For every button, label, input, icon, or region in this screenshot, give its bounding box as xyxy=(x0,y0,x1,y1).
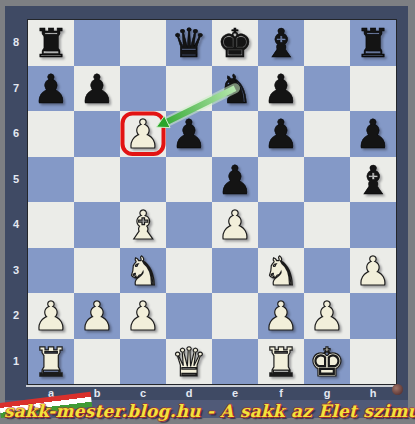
square-g3[interactable] xyxy=(304,248,350,294)
square-h4[interactable] xyxy=(350,202,396,248)
square-e2[interactable] xyxy=(212,293,258,339)
white-pawn-e4[interactable]: ♟ xyxy=(212,202,258,248)
square-f2[interactable]: ♟ xyxy=(258,293,304,339)
square-f7[interactable]: ♟ xyxy=(258,66,304,112)
square-f8[interactable]: ♝ xyxy=(258,20,304,66)
square-f5[interactable] xyxy=(258,157,304,203)
square-e1[interactable] xyxy=(212,339,258,385)
square-b2[interactable]: ♟ xyxy=(74,293,120,339)
white-pawn-c2[interactable]: ♟ xyxy=(120,293,166,339)
rank-labels: 87654321 xyxy=(5,20,27,384)
black-pawn-d6[interactable]: ♟ xyxy=(166,111,212,157)
black-pawn-b7[interactable]: ♟ xyxy=(74,66,120,112)
square-d4[interactable] xyxy=(166,202,212,248)
square-a3[interactable] xyxy=(28,248,74,294)
square-a7[interactable]: ♟ xyxy=(28,66,74,112)
square-h2[interactable] xyxy=(350,293,396,339)
black-pawn-f7[interactable]: ♟ xyxy=(258,66,304,112)
square-a4[interactable] xyxy=(28,202,74,248)
white-pawn-b2[interactable]: ♟ xyxy=(74,293,120,339)
square-c8[interactable] xyxy=(120,20,166,66)
black-rook-a8[interactable]: ♜ xyxy=(28,20,74,66)
square-d5[interactable] xyxy=(166,157,212,203)
square-d7[interactable] xyxy=(166,66,212,112)
square-h7[interactable] xyxy=(350,66,396,112)
square-g5[interactable] xyxy=(304,157,350,203)
white-queen-d1[interactable]: ♛ xyxy=(166,339,212,385)
square-d6[interactable]: ♟ xyxy=(166,111,212,157)
square-h6[interactable]: ♟ xyxy=(350,111,396,157)
rank-label-1: 1 xyxy=(5,339,27,385)
square-f6[interactable]: ♟ xyxy=(258,111,304,157)
square-b6[interactable] xyxy=(74,111,120,157)
square-g6[interactable] xyxy=(304,111,350,157)
white-pawn-a2[interactable]: ♟ xyxy=(28,293,74,339)
black-bishop-h5[interactable]: ♝ xyxy=(350,157,396,203)
square-c7[interactable] xyxy=(120,66,166,112)
chess-board: ♜♛♚♝♜♟♟♞♟♟♟♟♟♟♝♝♟♞♞♟♟♟♟♟♟♜♛♜♚ xyxy=(28,20,396,384)
file-label-h: h xyxy=(350,386,396,400)
rank-label-2: 2 xyxy=(5,293,27,339)
square-c3[interactable]: ♞ xyxy=(120,248,166,294)
rank-label-3: 3 xyxy=(5,248,27,294)
square-b4[interactable] xyxy=(74,202,120,248)
square-e8[interactable]: ♚ xyxy=(212,20,258,66)
square-h5[interactable]: ♝ xyxy=(350,157,396,203)
white-pawn-f2[interactable]: ♟ xyxy=(258,293,304,339)
square-b3[interactable] xyxy=(74,248,120,294)
black-king-e8[interactable]: ♚ xyxy=(212,20,258,66)
rank-label-4: 4 xyxy=(5,202,27,248)
square-d8[interactable]: ♛ xyxy=(166,20,212,66)
square-c6[interactable]: ♟ xyxy=(120,111,166,157)
square-b8[interactable] xyxy=(74,20,120,66)
black-bishop-f8[interactable]: ♝ xyxy=(258,20,304,66)
rank-label-8: 8 xyxy=(5,20,27,66)
rank-label-6: 6 xyxy=(5,111,27,157)
white-rook-f1[interactable]: ♜ xyxy=(258,339,304,385)
square-e6[interactable] xyxy=(212,111,258,157)
white-pawn-c6[interactable]: ♟ xyxy=(120,111,166,157)
black-pawn-f6[interactable]: ♟ xyxy=(258,111,304,157)
rank-label-7: 7 xyxy=(5,66,27,112)
square-b5[interactable] xyxy=(74,157,120,203)
square-f4[interactable] xyxy=(258,202,304,248)
square-a1[interactable]: ♜ xyxy=(28,339,74,385)
square-g7[interactable] xyxy=(304,66,350,112)
square-e5[interactable]: ♟ xyxy=(212,157,258,203)
square-b1[interactable] xyxy=(74,339,120,385)
rank-label-5: 5 xyxy=(5,157,27,203)
square-e3[interactable] xyxy=(212,248,258,294)
corner-dot-icon xyxy=(392,384,403,395)
square-d3[interactable] xyxy=(166,248,212,294)
square-h1[interactable] xyxy=(350,339,396,385)
square-a6[interactable] xyxy=(28,111,74,157)
white-knight-c3[interactable]: ♞ xyxy=(120,248,166,294)
square-a2[interactable]: ♟ xyxy=(28,293,74,339)
square-g4[interactable] xyxy=(304,202,350,248)
square-g1[interactable]: ♚ xyxy=(304,339,350,385)
square-a5[interactable] xyxy=(28,157,74,203)
file-label-g: g xyxy=(304,386,350,400)
square-c5[interactable] xyxy=(120,157,166,203)
watermark-text: sakk-mester.blog.hu - A sakk az Élet szi… xyxy=(4,401,414,423)
square-h3[interactable]: ♟ xyxy=(350,248,396,294)
square-g8[interactable] xyxy=(304,20,350,66)
chess-app: 87654321 ♜♛♚♝♜♟♟♞♟♟♟♟♟♟♝♝♟♞♞♟♟♟♟♟♟♜♛♜♚ a… xyxy=(0,0,415,424)
square-a8[interactable]: ♜ xyxy=(28,20,74,66)
square-g2[interactable]: ♟ xyxy=(304,293,350,339)
square-h8[interactable]: ♜ xyxy=(350,20,396,66)
white-bishop-c4[interactable]: ♝ xyxy=(120,202,166,248)
black-knight-e7[interactable]: ♞ xyxy=(212,66,258,112)
file-label-c: c xyxy=(120,386,166,400)
square-f1[interactable]: ♜ xyxy=(258,339,304,385)
square-c4[interactable]: ♝ xyxy=(120,202,166,248)
square-f3[interactable]: ♞ xyxy=(258,248,304,294)
white-rook-a1[interactable]: ♜ xyxy=(28,339,74,385)
black-pawn-h6[interactable]: ♟ xyxy=(350,111,396,157)
white-king-g1[interactable]: ♚ xyxy=(304,339,350,385)
black-pawn-e5[interactable]: ♟ xyxy=(212,157,258,203)
square-d1[interactable]: ♛ xyxy=(166,339,212,385)
square-c1[interactable] xyxy=(120,339,166,385)
black-queen-d8[interactable]: ♛ xyxy=(166,20,212,66)
square-c2[interactable]: ♟ xyxy=(120,293,166,339)
white-knight-f3[interactable]: ♞ xyxy=(258,248,304,294)
white-pawn-h3[interactable]: ♟ xyxy=(350,248,396,294)
file-label-f: f xyxy=(258,386,304,400)
file-label-e: e xyxy=(212,386,258,400)
square-e7[interactable]: ♞ xyxy=(212,66,258,112)
black-pawn-a7[interactable]: ♟ xyxy=(28,66,74,112)
white-pawn-g2[interactable]: ♟ xyxy=(304,293,350,339)
square-e4[interactable]: ♟ xyxy=(212,202,258,248)
square-b7[interactable]: ♟ xyxy=(74,66,120,112)
black-rook-h8[interactable]: ♜ xyxy=(350,20,396,66)
square-d2[interactable] xyxy=(166,293,212,339)
file-label-d: d xyxy=(166,386,212,400)
